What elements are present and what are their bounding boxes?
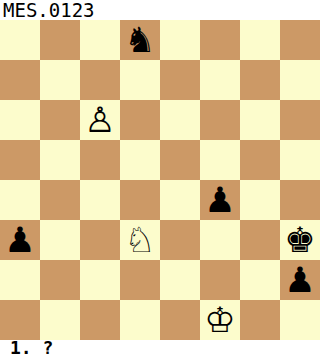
square-e5[interactable] xyxy=(160,140,200,180)
square-b6[interactable] xyxy=(40,100,80,140)
white-knight[interactable]: ♘ xyxy=(120,220,160,260)
square-c4[interactable] xyxy=(80,180,120,220)
square-a2[interactable] xyxy=(0,260,40,300)
square-g4[interactable] xyxy=(240,180,280,220)
square-b1[interactable] xyxy=(40,300,80,340)
square-e6[interactable] xyxy=(160,100,200,140)
white-pawn[interactable]: ♙ xyxy=(80,100,120,140)
square-g6[interactable] xyxy=(240,100,280,140)
square-f6[interactable] xyxy=(200,100,240,140)
square-e1[interactable] xyxy=(160,300,200,340)
square-h5[interactable] xyxy=(280,140,320,180)
square-h8[interactable] xyxy=(280,20,320,60)
square-b8[interactable] xyxy=(40,20,80,60)
square-a3[interactable]: ♟ xyxy=(0,220,40,260)
square-a6[interactable] xyxy=(0,100,40,140)
square-h6[interactable] xyxy=(280,100,320,140)
square-d4[interactable] xyxy=(120,180,160,220)
black-pawn[interactable]: ♟ xyxy=(280,260,320,300)
chess-board: ♞♙♟♟♘♚♟♔ xyxy=(0,20,320,340)
square-f1[interactable]: ♔ xyxy=(200,300,240,340)
square-e2[interactable] xyxy=(160,260,200,300)
black-pawn[interactable]: ♟ xyxy=(200,180,240,220)
black-knight[interactable]: ♞ xyxy=(120,20,160,60)
square-c8[interactable] xyxy=(80,20,120,60)
black-king[interactable]: ♚ xyxy=(280,220,320,260)
square-d7[interactable] xyxy=(120,60,160,100)
square-h1[interactable] xyxy=(280,300,320,340)
square-f5[interactable] xyxy=(200,140,240,180)
square-a8[interactable] xyxy=(0,20,40,60)
square-c5[interactable] xyxy=(80,140,120,180)
square-c7[interactable] xyxy=(80,60,120,100)
square-b7[interactable] xyxy=(40,60,80,100)
square-f8[interactable] xyxy=(200,20,240,60)
square-e7[interactable] xyxy=(160,60,200,100)
square-d2[interactable] xyxy=(120,260,160,300)
square-h3[interactable]: ♚ xyxy=(280,220,320,260)
square-g8[interactable] xyxy=(240,20,280,60)
move-prompt: 1. ? xyxy=(10,338,53,358)
square-e8[interactable] xyxy=(160,20,200,60)
square-g3[interactable] xyxy=(240,220,280,260)
square-f3[interactable] xyxy=(200,220,240,260)
square-g1[interactable] xyxy=(240,300,280,340)
square-a4[interactable] xyxy=(0,180,40,220)
square-g7[interactable] xyxy=(240,60,280,100)
square-h2[interactable]: ♟ xyxy=(280,260,320,300)
white-king[interactable]: ♔ xyxy=(200,300,240,340)
square-c1[interactable] xyxy=(80,300,120,340)
square-e4[interactable] xyxy=(160,180,200,220)
square-c3[interactable] xyxy=(80,220,120,260)
square-f2[interactable] xyxy=(200,260,240,300)
square-d1[interactable] xyxy=(120,300,160,340)
square-a1[interactable] xyxy=(0,300,40,340)
black-pawn[interactable]: ♟ xyxy=(0,220,40,260)
square-g2[interactable] xyxy=(240,260,280,300)
square-a7[interactable] xyxy=(0,60,40,100)
chess-puzzle-page: MES.0123 ♞♙♟♟♘♚♟♔ 1. ? xyxy=(0,0,320,360)
puzzle-id-label: MES.0123 xyxy=(3,0,95,20)
square-c2[interactable] xyxy=(80,260,120,300)
square-d6[interactable] xyxy=(120,100,160,140)
square-d8[interactable]: ♞ xyxy=(120,20,160,60)
square-c6[interactable]: ♙ xyxy=(80,100,120,140)
square-b3[interactable] xyxy=(40,220,80,260)
square-f7[interactable] xyxy=(200,60,240,100)
square-a5[interactable] xyxy=(0,140,40,180)
square-b5[interactable] xyxy=(40,140,80,180)
square-b4[interactable] xyxy=(40,180,80,220)
square-d5[interactable] xyxy=(120,140,160,180)
square-h7[interactable] xyxy=(280,60,320,100)
square-h4[interactable] xyxy=(280,180,320,220)
square-g5[interactable] xyxy=(240,140,280,180)
square-d3[interactable]: ♘ xyxy=(120,220,160,260)
square-e3[interactable] xyxy=(160,220,200,260)
square-f4[interactable]: ♟ xyxy=(200,180,240,220)
square-b2[interactable] xyxy=(40,260,80,300)
